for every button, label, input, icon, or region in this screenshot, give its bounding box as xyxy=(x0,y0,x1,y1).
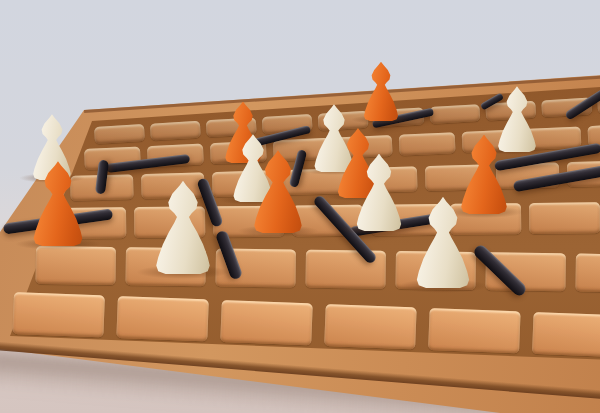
board-cell[interactable] xyxy=(575,254,600,293)
board-cell[interactable] xyxy=(94,124,145,144)
orange-pawn[interactable] xyxy=(28,161,89,246)
board-cell[interactable] xyxy=(429,104,480,124)
board-cell[interactable] xyxy=(428,308,521,353)
board-cell[interactable] xyxy=(12,292,105,337)
white-pawn-body xyxy=(150,181,217,274)
orange-pawn-body xyxy=(28,161,89,246)
photo-scene xyxy=(0,0,600,413)
white-pawn[interactable] xyxy=(351,154,406,231)
board-cell[interactable] xyxy=(220,300,313,345)
board-cell[interactable] xyxy=(399,132,456,156)
orange-pawn-body xyxy=(360,62,403,121)
white-pawn-body xyxy=(351,154,406,231)
board-cell[interactable] xyxy=(150,121,201,141)
board-cell[interactable] xyxy=(324,304,417,349)
orange-pawn-body xyxy=(248,150,307,233)
board-cell[interactable] xyxy=(35,246,116,285)
board-cell[interactable] xyxy=(532,312,600,357)
white-pawn-body xyxy=(410,197,475,288)
white-pawn[interactable] xyxy=(150,181,217,274)
white-pawn[interactable] xyxy=(410,197,475,288)
orange-pawn[interactable] xyxy=(248,150,307,233)
board-cell[interactable] xyxy=(529,202,600,234)
board-cell[interactable] xyxy=(116,296,209,341)
orange-pawn[interactable] xyxy=(360,62,403,121)
